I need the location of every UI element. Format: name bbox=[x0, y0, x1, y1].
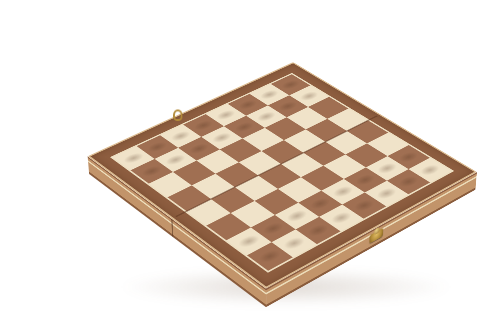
scene: ♜♞♝♛♚♝♞♜♟♟♟♟♟♟♟♟♟♟♟♟♟♟♟♟♜♞♝♛♚♝♞♜ bbox=[0, 0, 500, 332]
wall-fold-seam bbox=[171, 218, 173, 237]
pieces-layer: ♜♞♝♛♚♝♞♜♟♟♟♟♟♟♟♟♟♟♟♟♟♟♟♟♜♞♝♛♚♝♞♜ bbox=[88, 62, 477, 289]
product-photo: ♜♞♝♛♚♝♞♜♟♟♟♟♟♟♟♟♟♟♟♟♟♟♟♟♜♞♝♛♚♝♞♜ bbox=[0, 0, 500, 332]
chess-board-box: ♜♞♝♛♚♝♞♜♟♟♟♟♟♟♟♟♟♟♟♟♟♟♟♟♜♞♝♛♚♝♞♜ bbox=[88, 62, 477, 289]
